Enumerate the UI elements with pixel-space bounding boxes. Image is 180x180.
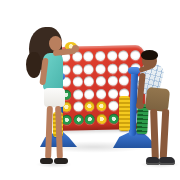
empty-hole xyxy=(107,51,117,61)
board-cell-r5c2 xyxy=(72,100,84,113)
board-cell-r1c6 xyxy=(118,49,130,62)
girl-leg xyxy=(45,106,53,159)
girl-hand xyxy=(72,45,79,52)
board-cell-r4c2 xyxy=(72,88,84,101)
board-cell-r1c5 xyxy=(106,50,118,63)
empty-hole xyxy=(83,51,93,61)
green-disc xyxy=(85,114,95,124)
empty-hole xyxy=(73,102,83,112)
yellow-disc xyxy=(96,101,106,111)
board-cell-r6c5 xyxy=(107,112,119,125)
board-cell-r3c6 xyxy=(118,74,130,87)
board-cell-r4c4 xyxy=(95,87,107,100)
board-cell-r4c5 xyxy=(107,87,119,100)
board-cell-r2c2 xyxy=(71,63,83,76)
board-cell-r5c4 xyxy=(95,100,107,113)
empty-hole xyxy=(96,89,106,99)
board-cell-r6c4 xyxy=(96,112,108,125)
board-cell-r3c4 xyxy=(95,75,107,88)
green-disc xyxy=(73,114,83,124)
board-cell-r5c3 xyxy=(84,100,96,113)
board-cell-r2c3 xyxy=(83,63,95,76)
girl-hair-lock xyxy=(26,52,41,78)
empty-hole xyxy=(72,64,82,74)
board-cell-r2c5 xyxy=(106,62,118,75)
boy-hand xyxy=(136,102,144,109)
yellow-disc xyxy=(85,101,95,111)
empty-hole xyxy=(119,51,129,61)
yellow-disc-caddy-right xyxy=(119,96,130,131)
empty-hole xyxy=(107,63,117,73)
empty-hole xyxy=(107,76,117,86)
board-cell-r1c3 xyxy=(83,50,95,63)
empty-hole xyxy=(108,101,118,111)
boy-leg xyxy=(150,109,159,160)
empty-hole xyxy=(95,64,105,74)
board-cell-r3c3 xyxy=(83,75,95,88)
board-cell-r6c3 xyxy=(84,113,96,126)
girl-sandal xyxy=(54,158,68,164)
boy-hair xyxy=(141,50,158,60)
empty-hole xyxy=(84,89,94,99)
boy-sneaker xyxy=(146,157,160,165)
empty-hole xyxy=(84,64,94,74)
empty-hole xyxy=(130,50,140,60)
board-cell-r3c2 xyxy=(71,75,83,88)
girl-sandal xyxy=(40,158,53,164)
boy-sneaker xyxy=(159,157,175,165)
empty-hole xyxy=(108,88,118,98)
green-disc xyxy=(108,113,118,123)
board-cell-r3c5 xyxy=(107,75,119,88)
board-cell-r4c3 xyxy=(83,88,95,101)
empty-hole xyxy=(119,76,129,86)
empty-hole xyxy=(96,76,106,86)
empty-hole xyxy=(84,76,94,86)
empty-hole xyxy=(72,77,82,87)
girl-shorts xyxy=(44,88,65,107)
empty-hole xyxy=(95,51,105,61)
board-cell-r2c4 xyxy=(95,62,107,75)
board-cell-r5c5 xyxy=(107,100,119,113)
photo-stage xyxy=(0,0,180,180)
board-cell-r1c7 xyxy=(129,49,141,62)
yellow-disc xyxy=(97,114,107,124)
empty-hole xyxy=(73,89,83,99)
boy-leg xyxy=(160,109,170,159)
board-cell-r6c2 xyxy=(72,113,84,126)
board-cell-r1c4 xyxy=(94,50,106,63)
